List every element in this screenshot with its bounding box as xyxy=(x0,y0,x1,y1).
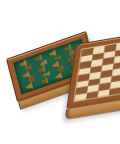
board-square xyxy=(98,89,110,97)
board-grid xyxy=(73,33,120,102)
stored-piece-pawn: ♟ xyxy=(54,71,62,82)
board-square xyxy=(75,93,87,101)
photo-background: ♟♟♟♟♜♞♝♛♟♟♟♟♚♝♞♜♟♟♟♟ xyxy=(0,0,120,144)
stored-piece-pawn: ♟ xyxy=(25,81,33,92)
stored-piece-pawn: ♟ xyxy=(40,76,48,87)
board-square xyxy=(86,91,98,99)
board-square xyxy=(109,87,120,95)
